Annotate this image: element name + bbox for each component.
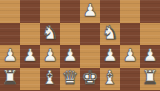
square-f3[interactable]: ♞ bbox=[100, 23, 120, 46]
square-b4[interactable] bbox=[20, 0, 40, 23]
square-d1[interactable]: ♛ bbox=[60, 68, 80, 91]
square-f1[interactable]: ♝ bbox=[100, 68, 120, 91]
square-c4[interactable] bbox=[40, 0, 60, 23]
square-d4[interactable] bbox=[60, 0, 80, 23]
white-pawn[interactable]: ♟ bbox=[2, 48, 17, 63]
white-rook[interactable]: ♜ bbox=[1, 69, 18, 86]
square-a3[interactable] bbox=[0, 23, 20, 46]
square-c2[interactable]: ♟ bbox=[40, 45, 60, 68]
white-pawn[interactable]: ♟ bbox=[62, 48, 77, 63]
white-queen[interactable]: ♛ bbox=[61, 69, 78, 86]
square-h1[interactable]: ♜ bbox=[140, 68, 160, 91]
square-h4[interactable] bbox=[140, 0, 160, 23]
square-d2[interactable]: ♟ bbox=[60, 45, 80, 68]
square-g2[interactable]: ♟ bbox=[120, 45, 140, 68]
chess-board: ♟♞♞♟♟♟♟♟♟♟♜♝♛♚♝♜ bbox=[0, 0, 160, 90]
square-e3[interactable] bbox=[80, 23, 100, 46]
square-g1[interactable] bbox=[120, 68, 140, 91]
square-c3[interactable]: ♞ bbox=[40, 23, 60, 46]
white-knight[interactable]: ♞ bbox=[41, 24, 58, 41]
square-h2[interactable]: ♟ bbox=[140, 45, 160, 68]
white-pawn[interactable]: ♟ bbox=[42, 48, 57, 63]
white-pawn[interactable]: ♟ bbox=[82, 3, 97, 18]
square-b3[interactable] bbox=[20, 23, 40, 46]
square-b2[interactable]: ♟ bbox=[20, 45, 40, 68]
square-b1[interactable] bbox=[20, 68, 40, 91]
white-pawn[interactable]: ♟ bbox=[122, 48, 137, 63]
square-h3[interactable] bbox=[140, 23, 160, 46]
white-bishop[interactable]: ♝ bbox=[101, 69, 118, 86]
square-g4[interactable] bbox=[120, 0, 140, 23]
square-a2[interactable]: ♟ bbox=[0, 45, 20, 68]
square-f2[interactable]: ♟ bbox=[100, 45, 120, 68]
square-f4[interactable] bbox=[100, 0, 120, 23]
square-e2[interactable] bbox=[80, 45, 100, 68]
white-king[interactable]: ♚ bbox=[81, 69, 98, 86]
white-pawn[interactable]: ♟ bbox=[142, 48, 157, 63]
white-knight[interactable]: ♞ bbox=[101, 24, 118, 41]
square-d3[interactable] bbox=[60, 23, 80, 46]
white-pawn[interactable]: ♟ bbox=[102, 48, 117, 63]
white-bishop[interactable]: ♝ bbox=[41, 69, 58, 86]
white-rook[interactable]: ♜ bbox=[141, 69, 158, 86]
square-a4[interactable] bbox=[0, 0, 20, 23]
white-pawn[interactable]: ♟ bbox=[22, 48, 37, 63]
square-a1[interactable]: ♜ bbox=[0, 68, 20, 91]
square-e4[interactable]: ♟ bbox=[80, 0, 100, 23]
square-e1[interactable]: ♚ bbox=[80, 68, 100, 91]
square-g3[interactable] bbox=[120, 23, 140, 46]
square-c1[interactable]: ♝ bbox=[40, 68, 60, 91]
